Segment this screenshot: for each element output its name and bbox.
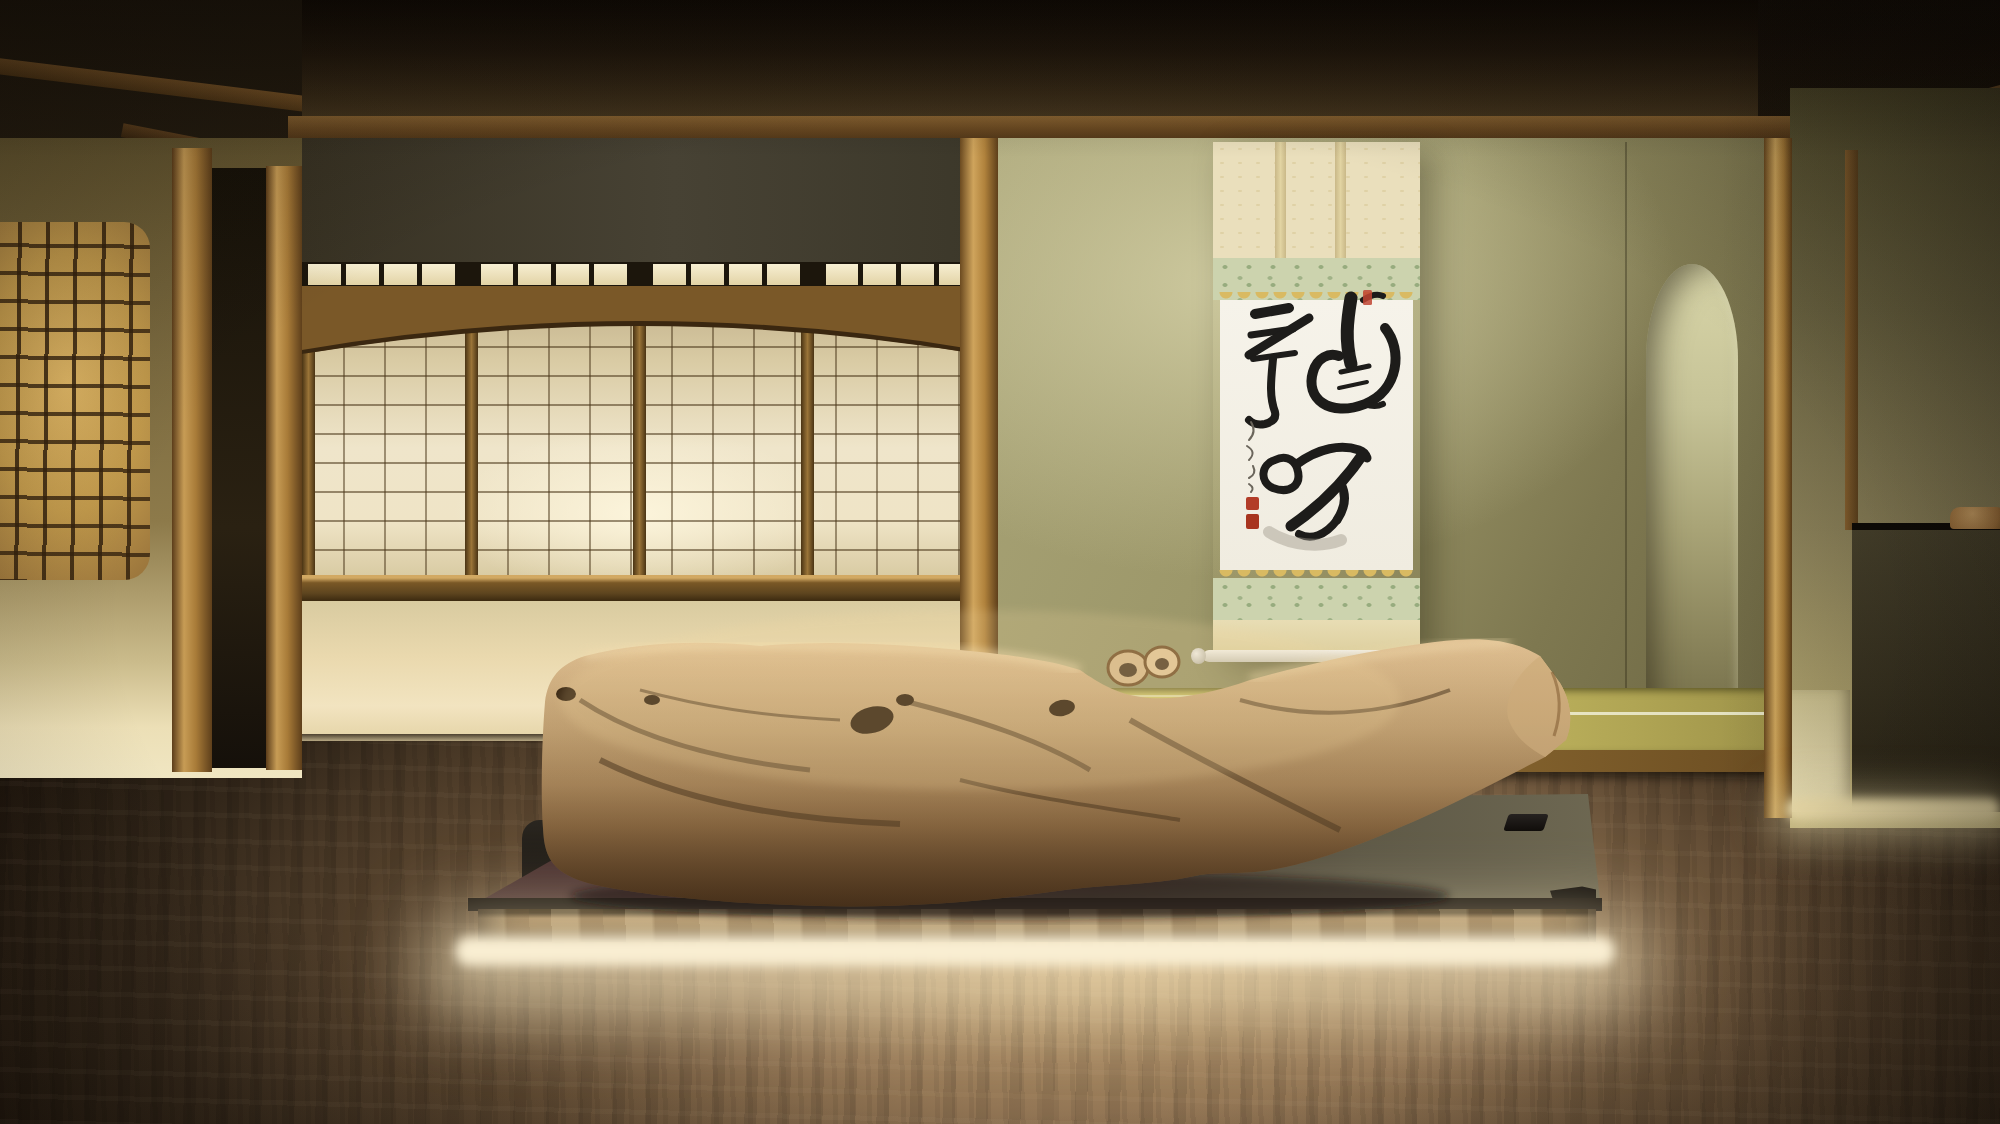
arched-transom-beam <box>302 262 978 362</box>
wooden-tray <box>1950 507 2000 529</box>
scroll-futai-strip <box>1275 142 1286 258</box>
right-inner-post <box>1845 150 1858 530</box>
left-beam-upper <box>0 56 302 116</box>
left-post-2 <box>266 166 302 770</box>
counter-front <box>1852 530 2000 812</box>
arched-niche <box>1646 264 1738 742</box>
shoji-upper-band <box>302 138 978 262</box>
lattice-window <box>0 222 150 580</box>
tea-room-scene: 龍吟 <box>0 0 2000 1124</box>
scroll-top-mount <box>1213 142 1420 258</box>
left-dark-gap <box>212 168 266 768</box>
scroll-futai-strip <box>1335 142 1346 258</box>
right-wall-floor-glow <box>1786 798 2000 820</box>
driftwood-sculpture <box>430 600 1620 980</box>
left-post-1 <box>172 148 212 772</box>
calligraphy-glyphs <box>1213 288 1420 578</box>
right-corner-post <box>1764 138 1792 818</box>
wall-seam <box>1625 142 1627 698</box>
lattice-grid <box>0 222 150 580</box>
shoji-sill <box>302 575 978 601</box>
